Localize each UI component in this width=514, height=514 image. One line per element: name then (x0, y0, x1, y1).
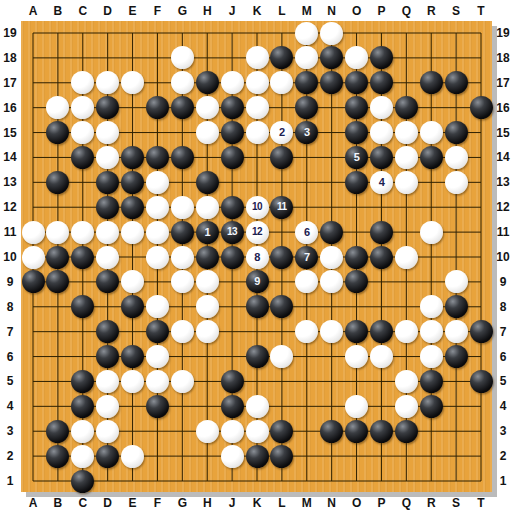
coord-label-col-H: H (203, 497, 212, 509)
white-stone-R8 (420, 295, 443, 318)
black-stone-F14 (146, 146, 169, 169)
coord-label-col-K: K (253, 5, 262, 17)
coord-label-row-6: 6 (500, 351, 507, 363)
black-stone-K8 (246, 295, 269, 318)
white-stone-C2 (71, 445, 94, 468)
black-stone-J10 (221, 246, 244, 269)
black-stone-P7 (370, 320, 393, 343)
black-stone-J12 (221, 196, 244, 219)
black-stone-J5 (221, 370, 244, 393)
black-stone-O10 (345, 246, 368, 269)
coord-label-col-O: O (352, 497, 361, 509)
black-stone-T7 (470, 320, 493, 343)
white-stone-N10 (320, 246, 343, 269)
white-stone-K3 (246, 420, 269, 443)
white-stone-Q4 (395, 395, 418, 418)
white-stone-H15 (196, 121, 219, 144)
coord-label-col-Q: Q (402, 5, 411, 17)
black-stone-M10: 7 (295, 246, 318, 269)
black-stone-O3 (345, 420, 368, 443)
black-stone-N3 (320, 420, 343, 443)
white-stone-C3 (71, 420, 94, 443)
coord-label-row-2: 2 (500, 450, 507, 462)
black-stone-S8 (445, 295, 468, 318)
white-stone-Q14 (395, 146, 418, 169)
black-stone-C10 (71, 246, 94, 269)
move-number-12: 12 (252, 227, 262, 237)
black-stone-D12 (96, 196, 119, 219)
white-stone-D14 (96, 146, 119, 169)
white-stone-H9 (196, 270, 219, 293)
white-stone-H16 (196, 96, 219, 119)
white-stone-E5 (121, 370, 144, 393)
coord-label-col-M: M (302, 5, 312, 17)
white-stone-A10 (22, 246, 45, 269)
coord-label-row-10: 10 (496, 251, 509, 263)
coord-label-col-H: H (203, 5, 212, 17)
black-stone-L10 (270, 246, 293, 269)
black-stone-B3 (46, 420, 69, 443)
coord-label-col-P: P (377, 497, 385, 509)
white-stone-K11: 12 (246, 221, 269, 244)
white-stone-F11 (146, 221, 169, 244)
white-stone-F10 (146, 246, 169, 269)
coord-label-col-L: L (278, 497, 285, 509)
black-stone-B2 (46, 445, 69, 468)
coord-label-col-B: B (54, 5, 63, 17)
coord-label-row-16: 16 (496, 102, 509, 114)
move-number-8: 8 (254, 252, 260, 263)
white-stone-H12 (196, 196, 219, 219)
black-stone-O13 (345, 171, 368, 194)
white-stone-G10 (171, 246, 194, 269)
white-stone-K15 (246, 121, 269, 144)
coord-label-row-17: 17 (496, 77, 509, 89)
black-stone-O15 (345, 121, 368, 144)
move-number-9: 9 (254, 276, 260, 287)
black-stone-C1 (71, 470, 94, 493)
white-stone-R7 (420, 320, 443, 343)
black-stone-N11 (320, 221, 343, 244)
white-stone-Q7 (395, 320, 418, 343)
white-stone-O4 (345, 395, 368, 418)
black-stone-D13 (96, 171, 119, 194)
coord-label-row-9: 9 (500, 276, 507, 288)
coord-label-row-8: 8 (7, 301, 14, 313)
coord-label-row-11: 11 (4, 226, 17, 238)
white-stone-S7 (445, 320, 468, 343)
white-stone-G5 (171, 370, 194, 393)
white-stone-N19 (320, 22, 343, 45)
white-stone-R15 (420, 121, 443, 144)
white-stone-Q15 (395, 121, 418, 144)
white-stone-E11 (121, 221, 144, 244)
white-stone-K12: 10 (246, 196, 269, 219)
black-stone-K6 (246, 345, 269, 368)
coord-label-col-M: M (302, 497, 312, 509)
white-stone-M19 (295, 22, 318, 45)
black-stone-G16 (171, 96, 194, 119)
coord-label-row-8: 8 (500, 301, 507, 313)
coord-label-row-6: 6 (7, 351, 14, 363)
black-stone-F4 (146, 395, 169, 418)
black-stone-F7 (146, 320, 169, 343)
coord-label-col-T: T (477, 5, 484, 17)
coord-label-row-19: 19 (3, 27, 16, 39)
white-stone-K18 (246, 46, 269, 69)
black-stone-R17 (420, 71, 443, 94)
coord-label-row-16: 16 (3, 102, 16, 114)
coord-label-col-N: N (327, 497, 336, 509)
move-number-6: 6 (304, 227, 310, 238)
white-stone-F5 (146, 370, 169, 393)
white-stone-G17 (171, 71, 194, 94)
coord-label-row-1: 1 (7, 475, 14, 487)
black-stone-R5 (420, 370, 443, 393)
coord-label-col-J: J (229, 5, 236, 17)
black-stone-E6 (121, 345, 144, 368)
white-stone-D11 (96, 221, 119, 244)
coord-label-col-B: B (54, 497, 63, 509)
coord-label-col-R: R (427, 5, 436, 17)
coord-label-row-12: 12 (3, 201, 16, 213)
white-stone-P16 (370, 96, 393, 119)
white-stone-E2 (121, 445, 144, 468)
black-stone-L3 (270, 420, 293, 443)
coord-label-col-K: K (253, 497, 262, 509)
black-stone-B10 (46, 246, 69, 269)
black-stone-H10 (196, 246, 219, 269)
coord-label-row-18: 18 (496, 52, 509, 64)
black-stone-P3 (370, 420, 393, 443)
move-number-11: 11 (277, 202, 287, 212)
white-stone-D3 (96, 420, 119, 443)
white-stone-D5 (96, 370, 119, 393)
white-stone-S9 (445, 270, 468, 293)
white-stone-D10 (96, 246, 119, 269)
coord-label-col-N: N (327, 5, 336, 17)
coord-label-row-9: 9 (7, 276, 14, 288)
coord-label-col-T: T (477, 497, 484, 509)
move-number-13: 13 (227, 227, 237, 237)
black-stone-E13 (121, 171, 144, 194)
white-stone-O6 (345, 345, 368, 368)
coord-label-col-E: E (129, 5, 137, 17)
white-stone-K17 (246, 71, 269, 94)
coord-label-col-P: P (377, 5, 385, 17)
coord-label-col-O: O (352, 5, 361, 17)
black-stone-S17 (445, 71, 468, 94)
black-stone-J16 (221, 96, 244, 119)
coord-label-col-C: C (78, 5, 87, 17)
black-stone-Q16 (395, 96, 418, 119)
white-stone-P13: 4 (370, 171, 393, 194)
black-stone-Q3 (395, 420, 418, 443)
black-stone-E12 (121, 196, 144, 219)
black-stone-T5 (470, 370, 493, 393)
coord-label-col-Q: Q (402, 497, 411, 509)
coord-label-row-3: 3 (500, 425, 507, 437)
black-stone-S15 (445, 121, 468, 144)
move-number-10: 10 (252, 202, 262, 212)
coord-label-row-7: 7 (500, 326, 507, 338)
coord-label-col-S: S (452, 5, 460, 17)
move-number-2: 2 (279, 127, 285, 138)
coord-label-col-F: F (154, 497, 161, 509)
black-stone-K9: 9 (246, 270, 269, 293)
white-stone-R11 (420, 221, 443, 244)
coord-label-col-F: F (154, 5, 161, 17)
white-stone-R6 (420, 345, 443, 368)
white-stone-C11 (71, 221, 94, 244)
coord-label-row-11: 11 (497, 226, 510, 238)
black-stone-J14 (221, 146, 244, 169)
black-stone-E14 (121, 146, 144, 169)
black-stone-D2 (96, 445, 119, 468)
coord-label-row-10: 10 (3, 251, 16, 263)
black-stone-P11 (370, 221, 393, 244)
white-stone-Q5 (395, 370, 418, 393)
white-stone-J3 (221, 420, 244, 443)
black-stone-J15 (221, 121, 244, 144)
white-stone-K4 (246, 395, 269, 418)
coord-label-row-13: 13 (496, 176, 509, 188)
coord-label-row-13: 13 (3, 176, 16, 188)
white-stone-Q13 (395, 171, 418, 194)
go-board[interactable]: 23541011113126879 (21, 21, 492, 492)
white-stone-H3 (196, 420, 219, 443)
black-stone-J11: 13 (221, 221, 244, 244)
coord-label-row-12: 12 (496, 201, 509, 213)
coord-label-row-5: 5 (7, 375, 14, 387)
black-stone-L2 (270, 445, 293, 468)
white-stone-F12 (146, 196, 169, 219)
coord-label-row-14: 14 (3, 151, 16, 163)
coord-label-row-1: 1 (500, 475, 507, 487)
move-number-4: 4 (379, 177, 385, 188)
coord-label-col-G: G (178, 5, 187, 17)
white-stone-G7 (171, 320, 194, 343)
black-stone-C4 (71, 395, 94, 418)
white-stone-B11 (46, 221, 69, 244)
white-stone-A11 (22, 221, 45, 244)
move-number-3: 3 (304, 127, 310, 138)
black-stone-R4 (420, 395, 443, 418)
black-stone-F16 (146, 96, 169, 119)
coord-label-col-R: R (427, 497, 436, 509)
white-stone-Q10 (395, 246, 418, 269)
coord-label-row-2: 2 (7, 450, 14, 462)
black-stone-H17 (196, 71, 219, 94)
coord-label-col-J: J (229, 497, 236, 509)
black-stone-G14 (171, 146, 194, 169)
coord-label-col-C: C (78, 497, 87, 509)
black-stone-K2 (246, 445, 269, 468)
black-stone-H11: 1 (196, 221, 219, 244)
black-stone-H13 (196, 171, 219, 194)
coord-label-col-S: S (452, 497, 460, 509)
coord-label-row-18: 18 (3, 52, 16, 64)
white-stone-M11: 6 (295, 221, 318, 244)
go-diagram: ABCDEFGHJKLMNOPQRST ABCDEFGHJKLMNOPQRST … (0, 0, 514, 514)
white-stone-P6 (370, 345, 393, 368)
white-stone-H7 (196, 320, 219, 343)
black-stone-G11 (171, 221, 194, 244)
black-stone-O14: 5 (345, 146, 368, 169)
white-stone-F13 (146, 171, 169, 194)
white-stone-H8 (196, 295, 219, 318)
coord-label-col-D: D (103, 5, 112, 17)
move-number-5: 5 (354, 152, 360, 163)
black-stone-R14 (420, 146, 443, 169)
white-stone-K10: 8 (246, 246, 269, 269)
white-stone-D4 (96, 395, 119, 418)
move-number-7: 7 (304, 252, 310, 263)
black-stone-L12: 11 (270, 196, 293, 219)
coord-label-row-4: 4 (7, 400, 14, 412)
coord-label-row-15: 15 (3, 127, 16, 139)
coord-label-row-5: 5 (500, 375, 507, 387)
coord-label-row-4: 4 (500, 400, 507, 412)
black-stone-A9 (22, 270, 45, 293)
move-number-1: 1 (204, 227, 210, 238)
black-stone-T16 (470, 96, 493, 119)
white-stone-G12 (171, 196, 194, 219)
black-stone-P14 (370, 146, 393, 169)
coord-label-col-A: A (29, 497, 38, 509)
coord-label-row-3: 3 (7, 425, 14, 437)
coord-label-row-19: 19 (496, 27, 509, 39)
coord-label-col-G: G (178, 497, 187, 509)
coord-label-row-14: 14 (496, 151, 509, 163)
white-stone-F6 (146, 345, 169, 368)
coord-label-col-L: L (278, 5, 285, 17)
black-stone-S6 (445, 345, 468, 368)
coord-label-col-E: E (129, 497, 137, 509)
white-stone-J17 (221, 71, 244, 94)
white-stone-J2 (221, 445, 244, 468)
black-stone-P10 (370, 246, 393, 269)
coord-label-col-D: D (103, 497, 112, 509)
coord-label-row-15: 15 (496, 127, 509, 139)
coord-label-col-A: A (29, 5, 38, 17)
white-stone-S14 (445, 146, 468, 169)
coord-label-row-17: 17 (3, 77, 16, 89)
white-stone-P15 (370, 121, 393, 144)
white-stone-S13 (445, 171, 468, 194)
white-stone-K16 (246, 96, 269, 119)
black-stone-J4 (221, 395, 244, 418)
coord-label-row-7: 7 (7, 326, 14, 338)
